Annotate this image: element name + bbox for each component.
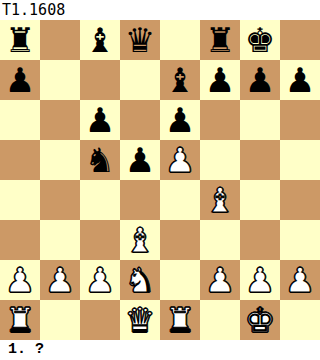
square-e8[interactable] xyxy=(160,20,200,60)
square-f6[interactable] xyxy=(200,100,240,140)
square-g5[interactable] xyxy=(240,140,280,180)
black-king-icon: ♚ xyxy=(245,20,275,60)
square-h4[interactable] xyxy=(280,180,320,220)
white-knight-icon: ♞ xyxy=(125,260,155,300)
square-d5[interactable]: ♟ xyxy=(120,140,160,180)
square-a2[interactable]: ♟ xyxy=(0,260,40,300)
square-b8[interactable] xyxy=(40,20,80,60)
black-bishop-icon: ♝ xyxy=(85,20,115,60)
square-h8[interactable] xyxy=(280,20,320,60)
black-pawn-icon: ♟ xyxy=(5,60,35,100)
white-pawn-icon: ♟ xyxy=(165,140,195,180)
square-g4[interactable] xyxy=(240,180,280,220)
square-d8[interactable]: ♛ xyxy=(120,20,160,60)
square-f7[interactable]: ♟ xyxy=(200,60,240,100)
square-b3[interactable] xyxy=(40,220,80,260)
square-a4[interactable] xyxy=(0,180,40,220)
square-d3[interactable]: ♝ xyxy=(120,220,160,260)
puzzle-id-label: T1.1608 xyxy=(2,0,65,20)
square-d1[interactable]: ♛ xyxy=(120,300,160,340)
square-h7[interactable]: ♟ xyxy=(280,60,320,100)
square-e6[interactable]: ♟ xyxy=(160,100,200,140)
square-a8[interactable]: ♜ xyxy=(0,20,40,60)
puzzle-id-header: T1.1608 xyxy=(0,0,320,20)
square-c7[interactable] xyxy=(80,60,120,100)
square-b1[interactable] xyxy=(40,300,80,340)
square-c3[interactable] xyxy=(80,220,120,260)
white-pawn-icon: ♟ xyxy=(85,260,115,300)
square-b6[interactable] xyxy=(40,100,80,140)
white-pawn-icon: ♟ xyxy=(245,260,275,300)
square-a5[interactable] xyxy=(0,140,40,180)
square-a1[interactable]: ♜ xyxy=(0,300,40,340)
square-e1[interactable]: ♜ xyxy=(160,300,200,340)
square-b7[interactable] xyxy=(40,60,80,100)
square-d7[interactable] xyxy=(120,60,160,100)
square-h1[interactable] xyxy=(280,300,320,340)
white-bishop-icon: ♝ xyxy=(125,220,155,260)
white-rook-icon: ♜ xyxy=(165,300,195,340)
square-b2[interactable]: ♟ xyxy=(40,260,80,300)
black-rook-icon: ♜ xyxy=(205,20,235,60)
square-e3[interactable] xyxy=(160,220,200,260)
white-queen-icon: ♛ xyxy=(125,300,155,340)
square-f3[interactable] xyxy=(200,220,240,260)
white-rook-icon: ♜ xyxy=(5,300,35,340)
black-queen-icon: ♛ xyxy=(125,20,155,60)
move-prompt-label: 1. ? xyxy=(8,340,44,360)
square-c5[interactable]: ♞ xyxy=(80,140,120,180)
square-g7[interactable]: ♟ xyxy=(240,60,280,100)
square-h3[interactable] xyxy=(280,220,320,260)
puzzle-app: T1.1608 ♜♝♛♜♚♟♝♟♟♟♟♟♞♟♟♝♝♟♟♟♞♟♟♟♜♛♜♚ 1. … xyxy=(0,0,320,360)
square-d6[interactable] xyxy=(120,100,160,140)
square-e7[interactable]: ♝ xyxy=(160,60,200,100)
square-f2[interactable]: ♟ xyxy=(200,260,240,300)
square-c2[interactable]: ♟ xyxy=(80,260,120,300)
square-e5[interactable]: ♟ xyxy=(160,140,200,180)
square-g3[interactable] xyxy=(240,220,280,260)
white-pawn-icon: ♟ xyxy=(205,260,235,300)
square-e4[interactable] xyxy=(160,180,200,220)
square-b4[interactable] xyxy=(40,180,80,220)
square-a6[interactable] xyxy=(0,100,40,140)
square-c6[interactable]: ♟ xyxy=(80,100,120,140)
square-g8[interactable]: ♚ xyxy=(240,20,280,60)
black-pawn-icon: ♟ xyxy=(205,60,235,100)
square-a7[interactable]: ♟ xyxy=(0,60,40,100)
black-pawn-icon: ♟ xyxy=(165,100,195,140)
white-pawn-icon: ♟ xyxy=(285,260,315,300)
square-d2[interactable]: ♞ xyxy=(120,260,160,300)
square-g1[interactable]: ♚ xyxy=(240,300,280,340)
black-pawn-icon: ♟ xyxy=(85,100,115,140)
white-king-icon: ♚ xyxy=(245,300,275,340)
square-g2[interactable]: ♟ xyxy=(240,260,280,300)
black-bishop-icon: ♝ xyxy=(165,60,195,100)
square-e2[interactable] xyxy=(160,260,200,300)
square-h5[interactable] xyxy=(280,140,320,180)
black-pawn-icon: ♟ xyxy=(245,60,275,100)
square-d4[interactable] xyxy=(120,180,160,220)
square-h2[interactable]: ♟ xyxy=(280,260,320,300)
square-c1[interactable] xyxy=(80,300,120,340)
square-b5[interactable] xyxy=(40,140,80,180)
black-pawn-icon: ♟ xyxy=(285,60,315,100)
black-knight-icon: ♞ xyxy=(85,140,115,180)
white-pawn-icon: ♟ xyxy=(45,260,75,300)
black-pawn-icon: ♟ xyxy=(125,140,155,180)
square-f5[interactable] xyxy=(200,140,240,180)
move-prompt-bar: 1. ? xyxy=(0,340,320,360)
black-rook-icon: ♜ xyxy=(5,20,35,60)
square-h6[interactable] xyxy=(280,100,320,140)
white-bishop-icon: ♝ xyxy=(205,180,235,220)
square-a3[interactable] xyxy=(0,220,40,260)
square-f8[interactable]: ♜ xyxy=(200,20,240,60)
square-f4[interactable]: ♝ xyxy=(200,180,240,220)
square-c4[interactable] xyxy=(80,180,120,220)
square-g6[interactable] xyxy=(240,100,280,140)
square-c8[interactable]: ♝ xyxy=(80,20,120,60)
white-pawn-icon: ♟ xyxy=(5,260,35,300)
chess-board: ♜♝♛♜♚♟♝♟♟♟♟♟♞♟♟♝♝♟♟♟♞♟♟♟♜♛♜♚ xyxy=(0,20,320,340)
square-f1[interactable] xyxy=(200,300,240,340)
